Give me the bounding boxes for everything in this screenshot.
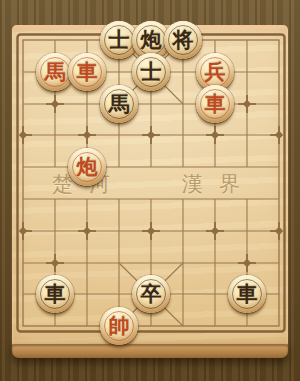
piece-red-chariot[interactable]: 車 [196,85,234,123]
board-grid[interactable]: 士炮将馬車士兵馬車炮車卒車帥 [7,24,295,342]
piece-glyph: 炮 [68,148,106,186]
piece-red-general[interactable]: 帥 [100,307,138,345]
piece-red-cannon[interactable]: 炮 [68,148,106,186]
board-edge [12,344,288,358]
piece-glyph: 車 [228,275,266,313]
piece-black-chariot[interactable]: 車 [36,275,74,313]
xiangqi-app: { "game": { "name": "xiangqi", "descript… [0,0,300,381]
piece-glyph: 車 [36,275,74,313]
piece-glyph: 馬 [100,85,138,123]
piece-glyph: 帥 [100,307,138,345]
piece-glyph: 車 [196,85,234,123]
piece-black-horse[interactable]: 馬 [100,85,138,123]
piece-black-chariot[interactable]: 車 [228,275,266,313]
